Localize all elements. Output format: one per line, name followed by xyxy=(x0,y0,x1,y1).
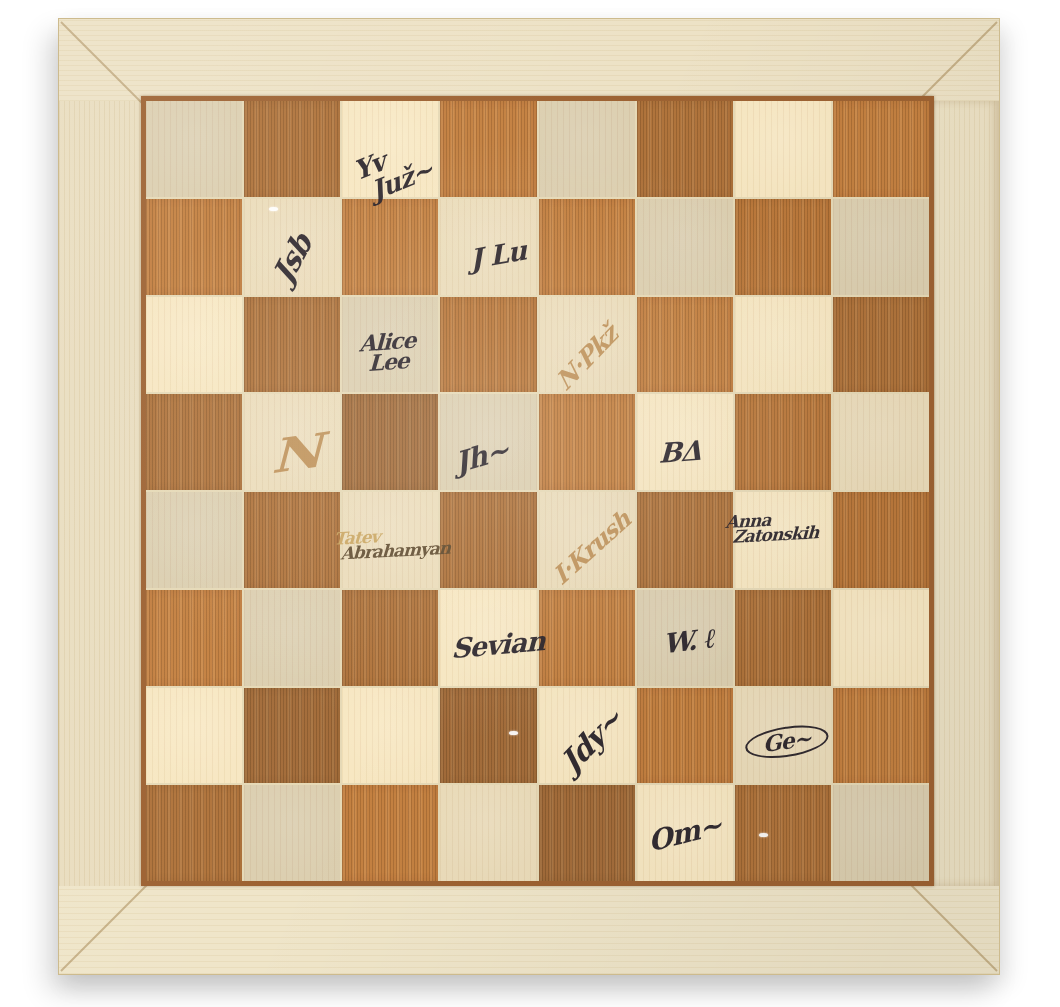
square-f4 xyxy=(637,492,733,588)
square-f1 xyxy=(637,785,733,881)
square-h5 xyxy=(833,394,929,490)
square-f8 xyxy=(637,101,733,197)
board-grid xyxy=(146,101,929,881)
square-g6 xyxy=(735,297,831,393)
square-f6 xyxy=(637,297,733,393)
square-c6 xyxy=(342,297,438,393)
square-d4 xyxy=(440,492,536,588)
square-c2 xyxy=(342,688,438,784)
square-h2 xyxy=(833,688,929,784)
square-h6 xyxy=(833,297,929,393)
square-g5 xyxy=(735,394,831,490)
square-f2 xyxy=(637,688,733,784)
square-h3 xyxy=(833,590,929,686)
square-g1 xyxy=(735,785,831,881)
square-c1 xyxy=(342,785,438,881)
square-a8 xyxy=(146,101,242,197)
square-b8 xyxy=(244,101,340,197)
square-e3 xyxy=(539,590,635,686)
board-field: YvJuž~JsbJ LuAliceLeeN·PkžNJh~BΔTatevAbr… xyxy=(141,96,934,886)
square-d2 xyxy=(440,688,536,784)
square-c5 xyxy=(342,394,438,490)
square-b5 xyxy=(244,394,340,490)
square-a7 xyxy=(146,199,242,295)
chess-board: YvJuž~JsbJ LuAliceLeeN·PkžNJh~BΔTatevAbr… xyxy=(58,18,1000,975)
square-c4 xyxy=(342,492,438,588)
square-h8 xyxy=(833,101,929,197)
board-frame-top xyxy=(59,19,999,101)
square-b6 xyxy=(244,297,340,393)
square-c3 xyxy=(342,590,438,686)
square-a6 xyxy=(146,297,242,393)
square-h7 xyxy=(833,199,929,295)
square-e8 xyxy=(539,101,635,197)
square-f7 xyxy=(637,199,733,295)
square-a4 xyxy=(146,492,242,588)
square-b4 xyxy=(244,492,340,588)
photo-canvas: YvJuž~JsbJ LuAliceLeeN·PkžNJh~BΔTatevAbr… xyxy=(0,0,1060,1007)
square-d8 xyxy=(440,101,536,197)
square-f3 xyxy=(637,590,733,686)
square-a5 xyxy=(146,394,242,490)
board-frame-right xyxy=(929,101,999,886)
square-f5 xyxy=(637,394,733,490)
square-g4 xyxy=(735,492,831,588)
square-h1 xyxy=(833,785,929,881)
square-g7 xyxy=(735,199,831,295)
square-a1 xyxy=(146,785,242,881)
square-d7 xyxy=(440,199,536,295)
square-b7 xyxy=(244,199,340,295)
square-c8 xyxy=(342,101,438,197)
square-g8 xyxy=(735,101,831,197)
square-g2 xyxy=(735,688,831,784)
board-frame-bottom xyxy=(59,886,999,974)
square-e1 xyxy=(539,785,635,881)
square-e2 xyxy=(539,688,635,784)
square-h4 xyxy=(833,492,929,588)
square-e5 xyxy=(539,394,635,490)
square-e6 xyxy=(539,297,635,393)
square-g3 xyxy=(735,590,831,686)
square-d6 xyxy=(440,297,536,393)
square-a2 xyxy=(146,688,242,784)
square-e7 xyxy=(539,199,635,295)
square-b2 xyxy=(244,688,340,784)
square-a3 xyxy=(146,590,242,686)
square-b1 xyxy=(244,785,340,881)
square-b3 xyxy=(244,590,340,686)
square-e4 xyxy=(539,492,635,588)
square-c7 xyxy=(342,199,438,295)
square-d3 xyxy=(440,590,536,686)
board-frame-left xyxy=(59,101,146,886)
square-d1 xyxy=(440,785,536,881)
square-d5 xyxy=(440,394,536,490)
